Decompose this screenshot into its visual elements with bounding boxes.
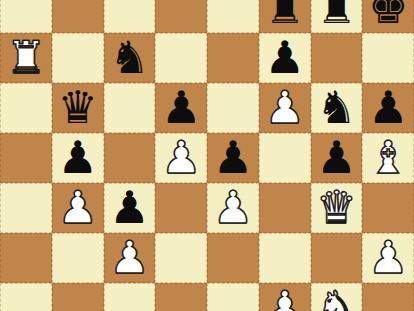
square-c3[interactable]: ♟: [104, 233, 156, 283]
square-a4[interactable]: [0, 183, 52, 233]
square-f8[interactable]: ♜: [259, 0, 311, 33]
square-a2[interactable]: [0, 283, 52, 311]
piece-white-knight[interactable]: ♞: [316, 283, 356, 311]
piece-black-rook[interactable]: ♜: [316, 0, 356, 33]
square-h3[interactable]: ♟: [362, 233, 414, 283]
piece-white-pawn[interactable]: ♟: [161, 133, 201, 183]
piece-black-knight[interactable]: ♞: [109, 33, 149, 83]
board-viewport: ♜♜♚♜♞♟♛♟♟♞♟♟♟♟♟♝♟♟♟♛♟♟♟♞: [0, 0, 414, 311]
square-a7[interactable]: ♜: [0, 33, 52, 83]
piece-white-rook[interactable]: ♜: [6, 33, 46, 83]
square-a8[interactable]: [0, 0, 52, 33]
square-a6[interactable]: [0, 83, 52, 133]
square-h4[interactable]: [362, 183, 414, 233]
piece-black-pawn[interactable]: ♟: [368, 83, 408, 133]
square-f6[interactable]: ♟: [259, 83, 311, 133]
square-f3[interactable]: [259, 233, 311, 283]
square-e7[interactable]: [207, 33, 259, 83]
square-h8[interactable]: ♚: [362, 0, 414, 33]
square-b8[interactable]: [52, 0, 104, 33]
square-g5[interactable]: ♟: [311, 133, 363, 183]
square-c2[interactable]: [104, 283, 156, 311]
square-b6[interactable]: ♛: [52, 83, 104, 133]
piece-black-queen[interactable]: ♛: [57, 83, 97, 133]
square-e3[interactable]: [207, 233, 259, 283]
piece-white-pawn[interactable]: ♟: [57, 183, 97, 233]
square-b5[interactable]: ♟: [52, 133, 104, 183]
square-g6[interactable]: ♞: [311, 83, 363, 133]
piece-white-queen[interactable]: ♛: [316, 183, 356, 233]
square-e4[interactable]: ♟: [207, 183, 259, 233]
square-d6[interactable]: ♟: [155, 83, 207, 133]
square-d2[interactable]: [155, 283, 207, 311]
square-h6[interactable]: ♟: [362, 83, 414, 133]
square-g3[interactable]: [311, 233, 363, 283]
square-e2[interactable]: [207, 283, 259, 311]
piece-white-pawn[interactable]: ♟: [264, 283, 304, 311]
piece-white-pawn[interactable]: ♟: [213, 183, 253, 233]
square-c5[interactable]: [104, 133, 156, 183]
square-g2[interactable]: ♞: [311, 283, 363, 311]
square-d3[interactable]: [155, 233, 207, 283]
square-b7[interactable]: [52, 33, 104, 83]
square-h7[interactable]: [362, 33, 414, 83]
piece-black-pawn[interactable]: ♟: [57, 133, 97, 183]
square-f4[interactable]: [259, 183, 311, 233]
piece-white-pawn[interactable]: ♟: [264, 83, 304, 133]
piece-black-pawn[interactable]: ♟: [264, 33, 304, 83]
square-e6[interactable]: [207, 83, 259, 133]
square-g4[interactable]: ♛: [311, 183, 363, 233]
square-b2[interactable]: [52, 283, 104, 311]
chess-board: ♜♜♚♜♞♟♛♟♟♞♟♟♟♟♟♝♟♟♟♛♟♟♟♞: [0, 0, 414, 311]
piece-black-pawn[interactable]: ♟: [161, 83, 201, 133]
square-f2[interactable]: ♟: [259, 283, 311, 311]
piece-white-pawn[interactable]: ♟: [109, 233, 149, 283]
square-h2[interactable]: [362, 283, 414, 311]
piece-white-bishop[interactable]: ♝: [368, 133, 408, 183]
square-d8[interactable]: [155, 0, 207, 33]
square-d4[interactable]: [155, 183, 207, 233]
piece-black-pawn[interactable]: ♟: [213, 133, 253, 183]
square-d7[interactable]: [155, 33, 207, 83]
square-b4[interactable]: ♟: [52, 183, 104, 233]
square-b3[interactable]: [52, 233, 104, 283]
square-g8[interactable]: ♜: [311, 0, 363, 33]
square-g7[interactable]: [311, 33, 363, 83]
piece-black-rook[interactable]: ♜: [264, 0, 304, 33]
square-f5[interactable]: [259, 133, 311, 183]
piece-black-king[interactable]: ♚: [368, 0, 408, 33]
square-c6[interactable]: [104, 83, 156, 133]
piece-black-pawn[interactable]: ♟: [109, 183, 149, 233]
square-c8[interactable]: [104, 0, 156, 33]
square-a5[interactable]: [0, 133, 52, 183]
square-h5[interactable]: ♝: [362, 133, 414, 183]
square-c7[interactable]: ♞: [104, 33, 156, 83]
square-c4[interactable]: ♟: [104, 183, 156, 233]
piece-white-pawn[interactable]: ♟: [368, 233, 408, 283]
piece-black-pawn[interactable]: ♟: [316, 133, 356, 183]
piece-black-knight[interactable]: ♞: [316, 83, 356, 133]
square-e5[interactable]: ♟: [207, 133, 259, 183]
square-a3[interactable]: [0, 233, 52, 283]
square-f7[interactable]: ♟: [259, 33, 311, 83]
square-e8[interactable]: [207, 0, 259, 33]
square-d5[interactable]: ♟: [155, 133, 207, 183]
